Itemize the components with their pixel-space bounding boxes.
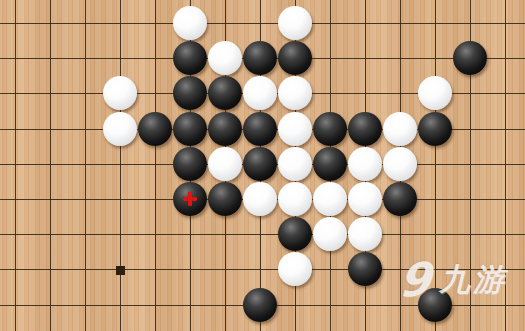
stone-white — [313, 217, 347, 251]
stone-white — [348, 147, 382, 181]
stone-black — [418, 288, 452, 322]
grid-line-vertical — [505, 0, 506, 331]
stone-black — [278, 217, 312, 251]
stone-white — [278, 252, 312, 286]
stone-black — [173, 112, 207, 146]
stone-white — [383, 112, 417, 146]
stone-white — [173, 6, 207, 40]
stone-white — [103, 76, 137, 110]
stone-black — [243, 147, 277, 181]
stone-white — [208, 147, 242, 181]
grid-line-vertical — [155, 0, 156, 331]
stone-black — [313, 112, 347, 146]
grid-line-vertical — [435, 0, 436, 331]
stone-black — [243, 112, 277, 146]
stone-white — [348, 217, 382, 251]
stone-black — [243, 288, 277, 322]
grid-line-vertical — [50, 0, 51, 331]
grid-line-vertical — [15, 0, 16, 331]
stone-white — [278, 76, 312, 110]
stone-white — [418, 76, 452, 110]
stone-white — [348, 182, 382, 216]
grid-line-vertical — [120, 0, 121, 331]
stone-white — [243, 182, 277, 216]
stone-black — [173, 147, 207, 181]
star-point — [116, 266, 125, 275]
stone-black — [173, 76, 207, 110]
stone-white — [383, 147, 417, 181]
stone-black — [173, 41, 207, 75]
grid-line-horizontal — [0, 269, 525, 270]
stone-black — [313, 147, 347, 181]
stone-black — [278, 41, 312, 75]
stone-black — [138, 112, 172, 146]
stone-white — [278, 182, 312, 216]
grid-line-vertical — [85, 0, 86, 331]
stone-black — [383, 182, 417, 216]
stone-black — [453, 41, 487, 75]
stone-white — [278, 6, 312, 40]
stone-black — [208, 112, 242, 146]
stone-black — [418, 112, 452, 146]
stone-white — [103, 112, 137, 146]
stone-black — [348, 112, 382, 146]
last-move-marker — [182, 191, 198, 207]
stone-white — [243, 76, 277, 110]
stone-white — [278, 147, 312, 181]
stone-black — [208, 182, 242, 216]
stone-white — [313, 182, 347, 216]
grid-line-horizontal — [0, 23, 525, 24]
stone-black — [208, 76, 242, 110]
watermark: 9 九游 — [399, 257, 507, 303]
stone-white — [208, 41, 242, 75]
grid-line-horizontal — [0, 234, 525, 235]
game-board[interactable]: 9 九游 — [0, 0, 525, 331]
stone-black — [243, 41, 277, 75]
stone-white — [278, 112, 312, 146]
stone-black — [348, 252, 382, 286]
